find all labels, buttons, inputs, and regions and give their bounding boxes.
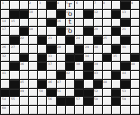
cell-4-2[interactable] [10,27,18,35]
clue-number: 44 [122,71,126,74]
cell-8-13[interactable] [112,62,120,70]
black-cell-9-7 [57,71,65,79]
cell-7-11[interactable] [94,54,102,62]
cell-9-3[interactable] [20,71,28,79]
cell-7-14[interactable] [121,54,129,62]
clue-number: 19 [66,27,70,30]
black-cell-11-10 [84,89,92,97]
cell-13-13[interactable] [112,106,120,114]
cell-13-8[interactable] [66,106,74,114]
black-cell-11-6 [47,89,55,97]
cell-1-2[interactable] [10,1,18,9]
cell-11-4[interactable] [29,89,37,97]
black-cell-8-2 [10,62,18,70]
cell-2-9[interactable] [75,10,83,18]
cell-5-15[interactable] [131,36,139,44]
clue-number: 37 [48,62,52,65]
cell-11-3[interactable]: 49 [20,89,28,97]
cell-10-3[interactable]: 45 [20,80,28,88]
cell-4-11[interactable]: 20 [94,27,102,35]
clue-number: 55 [11,97,15,100]
cell-1-12[interactable]: 8 [103,1,111,9]
cell-4-12[interactable] [103,27,111,35]
cell-1-3[interactable] [20,1,28,9]
cell-1-5[interactable]: 3 [38,1,46,9]
cell-7-4[interactable] [29,54,37,62]
cell-1-7[interactable]: 4 [57,1,65,9]
black-cell-12-13 [112,97,120,105]
cell-9-15[interactable] [131,71,139,79]
cell-6-3[interactable] [20,45,28,53]
cell-7-2[interactable] [10,54,18,62]
black-cell-1-6 [47,1,55,9]
clue-number: 34 [85,54,89,57]
cell-3-12[interactable] [103,19,111,27]
cell-12-3[interactable] [20,97,28,105]
cell-1-8[interactable]: 5r [66,1,74,9]
cell-12-2[interactable]: 55 [10,97,18,105]
clue-number: 50 [39,89,43,92]
cell-11-7[interactable]: 51 [57,89,65,97]
cell-9-5[interactable] [38,71,46,79]
clue-number: 11 [66,10,70,13]
cell-10-13[interactable] [112,80,120,88]
cell-8-1[interactable] [1,62,9,70]
cell-3-3[interactable] [20,19,28,27]
black-cell-10-5 [38,80,46,88]
cell-4-6[interactable] [47,27,55,35]
black-cell-5-2 [10,36,18,44]
cell-5-7[interactable] [57,36,65,44]
filled-letter: r [66,2,74,9]
cell-10-7[interactable]: 47 [57,80,65,88]
black-cell-2-2 [10,10,18,18]
clue-number: 6 [76,1,78,4]
cell-1-13[interactable] [112,1,120,9]
black-cell-7-15 [131,54,139,62]
black-cell-10-2 [10,80,18,88]
cell-3-15[interactable] [131,19,139,27]
cell-11-8[interactable] [66,89,74,97]
black-cell-6-9 [75,45,83,53]
clue-number: 43 [94,71,98,74]
cell-9-4[interactable] [29,71,37,79]
clue-number: 33 [48,54,52,57]
cell-10-1[interactable] [1,80,9,88]
black-cell-9-10 [84,71,92,79]
black-cell-7-3 [20,54,28,62]
black-cell-8-5 [38,62,46,70]
cell-1-1[interactable]: 1 [1,1,9,9]
filled-letter: o [66,28,74,35]
cell-13-14[interactable] [121,106,129,114]
black-cell-5-11 [94,36,102,44]
black-cell-8-10 [84,62,92,70]
cell-4-1[interactable]: 17 [1,27,9,35]
clue-number: 7 [94,1,96,4]
cell-11-15[interactable] [131,89,139,97]
black-cell-11-1 [1,89,9,97]
cell-4-15[interactable] [131,27,139,35]
clue-number: 10 [29,10,33,13]
clue-number: 9 [131,1,133,4]
cell-10-8[interactable] [66,80,74,88]
cell-6-15[interactable] [131,45,139,53]
cell-4-4[interactable]: 18 [29,27,37,35]
cell-10-10[interactable] [84,80,92,88]
clue-number: 57 [76,97,80,100]
black-cell-10-14 [121,80,129,88]
clue-number: 1 [2,1,4,4]
clue-number: 52 [94,89,98,92]
black-cell-2-13 [112,10,120,18]
clue-number: 51 [57,89,61,92]
black-cell-9-13 [112,71,120,79]
cell-13-5[interactable] [38,106,46,114]
clue-number: 32 [2,54,6,57]
cell-7-10[interactable]: 34 [84,54,92,62]
cell-8-7[interactable] [57,62,65,70]
black-cell-4-13 [112,27,120,35]
cell-2-15[interactable] [131,10,139,18]
cell-7-13[interactable]: 35 [112,54,120,62]
clue-number: 8 [103,1,105,4]
cell-4-9[interactable] [75,27,83,35]
clue-number: 16 [57,19,61,22]
cell-3-10[interactable] [84,19,92,27]
cell-6-4[interactable] [29,45,37,53]
cell-11-5[interactable]: 50 [38,89,46,97]
cell-8-15[interactable]: 40 [131,62,139,70]
clue-number: 17 [2,27,6,30]
black-cell-12-8 [66,97,74,105]
clue-number: 46 [48,80,52,83]
clue-number: 49 [20,89,24,92]
cell-2-4[interactable]: 10 [29,10,37,18]
clue-number: 47 [57,80,61,83]
clue-number: 3 [39,1,41,4]
cell-5-3[interactable]: 22 [20,36,28,44]
cell-11-12[interactable] [103,89,111,97]
cell-13-6[interactable] [47,106,55,114]
cell-5-12[interactable]: 25 [103,36,111,44]
clue-number: 35 [113,54,117,57]
cell-10-12[interactable]: 48 [103,80,111,88]
clue-number: 45 [20,80,24,83]
black-cell-6-13 [112,45,120,53]
clue-number: 42 [66,71,70,74]
cell-9-11[interactable]: 43 [94,71,102,79]
clue-number: 59 [122,97,126,100]
black-cell-7-8 [66,54,74,62]
cell-3-7[interactable]: 16 [57,19,65,27]
clue-number: 39 [94,62,98,65]
black-cell-10-11 [94,80,102,88]
cell-13-7[interactable] [57,106,65,114]
black-cell-2-3 [20,10,28,18]
cell-5-6[interactable]: 23 [47,36,55,44]
cell-2-5[interactable] [38,10,46,18]
cell-9-1[interactable]: 41 [1,71,9,79]
black-cell-11-2 [10,89,18,97]
black-cell-6-6 [47,45,55,53]
cell-3-8[interactable]: t [66,19,74,27]
black-cell-7-12 [103,54,111,62]
cell-2-14[interactable]: 13 [121,10,129,18]
cell-5-4[interactable] [29,36,37,44]
clue-number: 13 [122,10,126,13]
cell-13-11[interactable] [94,106,102,114]
cell-9-8[interactable]: 42 [66,71,74,79]
cell-7-6[interactable]: 33 [47,54,55,62]
black-cell-2-10 [84,10,92,18]
black-cell-5-14 [121,36,129,44]
black-cell-4-7 [57,27,65,35]
cell-13-10[interactable] [84,106,92,114]
clue-number: 30 [94,45,98,48]
cell-7-1[interactable]: 32 [1,54,9,62]
cell-6-11[interactable]: 30 [94,45,102,53]
black-cell-8-14 [121,62,129,70]
black-cell-2-7 [57,10,65,18]
clue-number: 25 [103,36,107,39]
cell-8-6[interactable]: 37 [47,62,55,70]
clue-number: 18 [29,27,33,30]
cell-1-9[interactable]: 6 [75,1,83,9]
cell-1-15[interactable]: 9 [131,1,139,9]
cell-8-3[interactable]: 36 [20,62,28,70]
clue-number: 31 [122,45,126,48]
cell-4-14[interactable]: 21 [121,27,129,35]
cell-5-9[interactable]: 24 [75,36,83,44]
cell-5-1[interactable] [1,36,9,44]
cell-9-14[interactable]: 44 [121,71,129,79]
clue-number: 20 [94,27,98,30]
black-cell-3-6 [47,19,55,27]
black-cell-5-5 [38,36,46,44]
clue-number: 58 [94,97,98,100]
cell-2-12[interactable] [103,10,111,18]
cell-13-2[interactable] [10,106,18,114]
cell-13-3[interactable] [20,106,28,114]
clue-number: 60 [2,106,6,109]
cell-13-4[interactable] [29,106,37,114]
cell-6-2[interactable]: 27 [10,45,18,53]
clue-number: 5 [66,1,68,4]
clue-number: 15 [11,19,15,22]
cell-2-6[interactable] [47,10,55,18]
cell-8-4[interactable] [29,62,37,70]
black-cell-12-10 [84,97,92,105]
clue-number: 40 [131,62,135,65]
crossword-grid: 12345r67891011o1213141516t171819o2021222… [0,0,140,115]
black-cell-1-14 [121,1,129,9]
clue-number: 12 [94,10,98,13]
black-cell-4-3 [20,27,28,35]
clue-number: 36 [20,62,24,65]
clue-number: 56 [48,97,52,100]
clue-number: 2 [29,1,31,4]
cell-6-7[interactable]: 28 [57,45,65,53]
cell-12-11[interactable]: 58 [94,97,102,105]
clue-number: 14 [2,19,6,22]
cell-2-1[interactable] [1,10,9,18]
cell-1-10[interactable] [84,1,92,9]
cell-3-13[interactable] [112,19,120,27]
cell-4-8[interactable]: 19o [66,27,74,35]
cell-11-11[interactable]: 52 [94,89,102,97]
clue-number: 28 [57,45,61,48]
cell-13-9[interactable] [75,106,83,114]
cell-12-15[interactable] [131,97,139,105]
black-cell-7-9 [75,54,83,62]
cell-6-5[interactable] [38,45,46,53]
black-cell-4-10 [84,27,92,35]
clue-number: 54 [2,97,6,100]
clue-number: 41 [2,71,6,74]
cell-13-15[interactable] [131,106,139,114]
cell-12-4[interactable] [29,97,37,105]
cell-12-5[interactable] [38,97,46,105]
cell-7-7[interactable] [57,54,65,62]
clue-number: 22 [20,36,24,39]
cell-9-9[interactable] [75,71,83,79]
cell-2-11[interactable]: 12 [94,10,102,18]
black-cell-5-8 [66,36,74,44]
cell-6-12[interactable] [103,45,111,53]
cell-6-10[interactable]: 29 [84,45,92,53]
cell-9-6[interactable] [47,71,55,79]
cell-6-1[interactable]: 26 [1,45,9,53]
clue-number: 23 [48,36,52,39]
cell-13-12[interactable] [103,106,111,114]
clue-number: 27 [11,45,15,48]
cell-9-2[interactable] [10,71,18,79]
cell-6-8[interactable] [66,45,74,53]
black-cell-12-7 [57,97,65,105]
cell-11-14[interactable]: 53 [121,89,129,97]
cell-3-9[interactable] [75,19,83,27]
clue-number: 4 [57,1,59,4]
clue-number: 48 [103,80,107,83]
filled-letter: t [66,20,74,27]
cell-10-4[interactable] [29,80,37,88]
cell-8-12[interactable] [103,62,111,70]
clue-number: 29 [85,45,89,48]
cell-6-14[interactable]: 31 [121,45,129,53]
black-cell-10-9 [75,80,83,88]
black-cell-7-5 [38,54,46,62]
cell-12-14[interactable]: 59 [121,97,129,105]
black-cell-11-13 [112,89,120,97]
black-cell-11-9 [75,89,83,97]
cell-10-6[interactable]: 46 [47,80,55,88]
cell-5-13[interactable] [112,36,120,44]
clue-number: 38 [76,62,80,65]
cell-1-4[interactable]: 2 [29,1,37,9]
cell-12-9[interactable]: 57 [75,97,83,105]
cell-8-9[interactable]: 38 [75,62,83,70]
cell-4-5[interactable] [38,27,46,35]
clue-number: 21 [122,27,126,30]
cell-3-4[interactable] [29,19,37,27]
cell-3-5[interactable] [38,19,46,27]
cell-2-8[interactable]: 11o [66,10,74,18]
cell-3-1[interactable]: 14 [1,19,9,27]
cell-9-12[interactable] [103,71,111,79]
cell-12-12[interactable] [103,97,111,105]
cell-12-6[interactable]: 56 [47,97,55,105]
cell-12-1[interactable]: 54 [1,97,9,105]
cell-13-1[interactable]: 60 [1,106,9,114]
clue-number: 53 [122,89,126,92]
filled-letter: o [66,11,74,18]
cell-5-10[interactable] [84,36,92,44]
black-cell-8-8 [66,62,74,70]
black-cell-3-14 [121,19,129,27]
clue-number: 24 [76,36,80,39]
cell-3-11[interactable] [94,19,102,27]
cell-3-2[interactable]: 15 [10,19,18,27]
cell-1-11[interactable]: 7 [94,1,102,9]
clue-number: 26 [2,45,6,48]
cell-10-15[interactable] [131,80,139,88]
cell-8-11[interactable]: 39 [94,62,102,70]
